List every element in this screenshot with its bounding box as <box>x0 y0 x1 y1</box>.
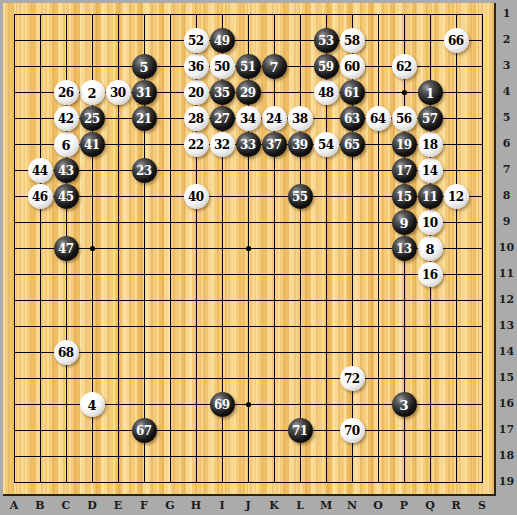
move-number: 48 <box>318 87 334 99</box>
stone-white-26: 26 <box>54 80 79 105</box>
row-label-14: 14 <box>496 346 517 358</box>
stone-black-21: 21 <box>132 106 157 131</box>
move-number: 63 <box>344 113 360 125</box>
move-number: 5 <box>139 60 148 73</box>
stone-black-45: 45 <box>54 184 79 209</box>
stone-white-60: 60 <box>340 54 365 79</box>
column-label-F: F <box>134 499 154 512</box>
move-number: 59 <box>318 61 334 73</box>
move-number: 45 <box>58 191 74 203</box>
move-number: 65 <box>344 139 360 151</box>
stone-black-61: 61 <box>340 80 365 105</box>
stone-white-42: 42 <box>54 106 79 131</box>
move-number: 9 <box>399 216 408 229</box>
move-number: 17 <box>396 165 412 177</box>
row-label-9: 9 <box>496 216 517 228</box>
move-number: 58 <box>344 35 360 47</box>
move-number: 64 <box>370 113 386 125</box>
stone-black-49: 49 <box>210 28 235 53</box>
move-number: 68 <box>58 347 74 359</box>
move-number: 47 <box>58 243 74 255</box>
move-number: 61 <box>344 87 360 99</box>
stone-white-36: 36 <box>184 54 209 79</box>
stone-black-71: 71 <box>288 418 313 443</box>
move-number: 29 <box>240 87 256 99</box>
move-number: 55 <box>292 191 308 203</box>
stone-white-70: 70 <box>340 418 365 443</box>
stone-black-51: 51 <box>236 54 261 79</box>
move-number: 10 <box>422 217 438 229</box>
stone-black-37: 37 <box>262 132 287 157</box>
move-number: 21 <box>136 113 152 125</box>
move-number: 26 <box>58 87 74 99</box>
stone-black-11: 11 <box>418 184 443 209</box>
move-number: 3 <box>399 398 408 411</box>
stone-black-3: 3 <box>392 392 417 417</box>
move-number: 7 <box>269 60 278 73</box>
stone-black-7: 7 <box>262 54 287 79</box>
row-label-15: 15 <box>496 372 517 384</box>
move-number: 16 <box>422 269 438 281</box>
row-label-10: 10 <box>496 242 517 254</box>
stone-black-63: 63 <box>340 106 365 131</box>
stone-white-18: 18 <box>418 132 443 157</box>
stone-black-43: 43 <box>54 158 79 183</box>
move-number: 35 <box>214 87 230 99</box>
stone-black-9: 9 <box>392 210 417 235</box>
stone-black-41: 41 <box>80 132 105 157</box>
move-number: 51 <box>240 61 256 73</box>
move-number: 56 <box>396 113 412 125</box>
stone-white-10: 10 <box>418 210 443 235</box>
move-number: 27 <box>214 113 230 125</box>
row-label-16: 16 <box>496 398 517 410</box>
column-label-S: S <box>472 499 492 512</box>
move-number: 52 <box>188 35 204 47</box>
stone-grid: 1234567891011121314151617181920212223242… <box>1 1 495 495</box>
stone-white-62: 62 <box>392 54 417 79</box>
column-label-K: K <box>264 499 284 512</box>
move-number: 13 <box>396 243 412 255</box>
move-number: 30 <box>110 87 126 99</box>
column-label-O: O <box>368 499 388 512</box>
stone-white-16: 16 <box>418 262 443 287</box>
stone-black-53: 53 <box>314 28 339 53</box>
row-label-6: 6 <box>496 138 517 150</box>
move-number: 23 <box>136 165 152 177</box>
stone-black-47: 47 <box>54 236 79 261</box>
stone-black-57: 57 <box>418 106 443 131</box>
stone-white-22: 22 <box>184 132 209 157</box>
column-label-D: D <box>82 499 102 512</box>
move-number: 42 <box>58 113 74 125</box>
stone-white-50: 50 <box>210 54 235 79</box>
stone-white-72: 72 <box>340 366 365 391</box>
stone-black-55: 55 <box>288 184 313 209</box>
move-number: 24 <box>266 113 282 125</box>
move-number: 2 <box>87 86 96 99</box>
move-number: 31 <box>136 87 152 99</box>
move-number: 33 <box>240 139 256 151</box>
stone-black-1: 1 <box>418 80 443 105</box>
column-label-L: L <box>290 499 310 512</box>
move-number: 34 <box>240 113 256 125</box>
column-label-G: G <box>160 499 180 512</box>
stone-black-31: 31 <box>132 80 157 105</box>
stone-white-48: 48 <box>314 80 339 105</box>
stone-white-38: 38 <box>288 106 313 131</box>
stone-black-25: 25 <box>80 106 105 131</box>
row-label-1: 1 <box>496 8 517 20</box>
stone-white-20: 20 <box>184 80 209 105</box>
move-number: 62 <box>396 61 412 73</box>
stone-white-8: 8 <box>418 236 443 261</box>
move-number: 14 <box>422 165 438 177</box>
stone-white-58: 58 <box>340 28 365 53</box>
move-number: 12 <box>448 191 464 203</box>
move-number: 28 <box>188 113 204 125</box>
move-number: 38 <box>292 113 308 125</box>
row-label-17: 17 <box>496 424 517 436</box>
move-number: 15 <box>396 191 412 203</box>
stone-black-65: 65 <box>340 132 365 157</box>
move-number: 40 <box>188 191 204 203</box>
stone-white-52: 52 <box>184 28 209 53</box>
row-label-12: 12 <box>496 294 517 306</box>
move-number: 18 <box>422 139 438 151</box>
move-number: 50 <box>214 61 230 73</box>
stone-black-33: 33 <box>236 132 261 157</box>
move-number: 20 <box>188 87 204 99</box>
move-number: 11 <box>422 191 438 203</box>
row-label-18: 18 <box>496 450 517 462</box>
column-label-R: R <box>446 499 466 512</box>
move-number: 41 <box>84 139 100 151</box>
move-number: 71 <box>292 425 308 437</box>
column-label-I: I <box>212 499 232 512</box>
column-label-C: C <box>56 499 76 512</box>
stone-white-14: 14 <box>418 158 443 183</box>
move-number: 32 <box>214 139 230 151</box>
row-label-13: 13 <box>496 320 517 332</box>
column-label-J: J <box>238 499 258 512</box>
move-number: 39 <box>292 139 308 151</box>
row-label-2: 2 <box>496 34 517 46</box>
column-label-N: N <box>342 499 362 512</box>
move-number: 4 <box>87 398 96 411</box>
stone-black-35: 35 <box>210 80 235 105</box>
row-label-7: 7 <box>496 164 517 176</box>
stone-white-46: 46 <box>28 184 53 209</box>
row-label-19: 19 <box>496 476 517 488</box>
stone-white-28: 28 <box>184 106 209 131</box>
column-label-P: P <box>394 499 414 512</box>
stone-black-19: 19 <box>392 132 417 157</box>
move-number: 72 <box>344 373 360 385</box>
move-number: 67 <box>136 425 152 437</box>
move-number: 19 <box>396 139 412 151</box>
row-label-3: 3 <box>496 60 517 72</box>
stone-black-69: 69 <box>210 392 235 417</box>
move-number: 43 <box>58 165 74 177</box>
stone-white-2: 2 <box>80 80 105 105</box>
move-number: 54 <box>318 139 334 151</box>
column-label-E: E <box>108 499 128 512</box>
stone-white-12: 12 <box>444 184 469 209</box>
move-number: 36 <box>188 61 204 73</box>
stone-black-15: 15 <box>392 184 417 209</box>
stone-black-67: 67 <box>132 418 157 443</box>
move-number: 22 <box>188 139 204 151</box>
move-number: 37 <box>266 139 282 151</box>
stone-white-66: 66 <box>444 28 469 53</box>
row-label-4: 4 <box>496 86 517 98</box>
stone-white-24: 24 <box>262 106 287 131</box>
row-label-11: 11 <box>496 268 517 280</box>
stone-black-27: 27 <box>210 106 235 131</box>
move-number: 8 <box>425 242 434 255</box>
stone-white-64: 64 <box>366 106 391 131</box>
stone-black-13: 13 <box>392 236 417 261</box>
move-number: 46 <box>32 191 48 203</box>
stone-white-4: 4 <box>80 392 105 417</box>
go-board-diagram: 1234567891011121314151617181920212223242… <box>0 0 517 515</box>
stone-white-6: 6 <box>54 132 79 157</box>
move-number: 57 <box>422 113 438 125</box>
stone-black-5: 5 <box>132 54 157 79</box>
stone-white-68: 68 <box>54 340 79 365</box>
move-number: 44 <box>32 165 48 177</box>
column-label-M: M <box>316 499 336 512</box>
move-number: 25 <box>84 113 100 125</box>
stone-white-34: 34 <box>236 106 261 131</box>
column-label-B: B <box>30 499 50 512</box>
stone-white-32: 32 <box>210 132 235 157</box>
move-number: 70 <box>344 425 360 437</box>
stone-black-23: 23 <box>132 158 157 183</box>
stone-white-56: 56 <box>392 106 417 131</box>
column-label-H: H <box>186 499 206 512</box>
move-number: 1 <box>425 86 434 99</box>
stone-black-29: 29 <box>236 80 261 105</box>
goban[interactable]: 1234567891011121314151617181920212223242… <box>3 3 496 496</box>
column-label-A: A <box>4 499 24 512</box>
move-number: 60 <box>344 61 360 73</box>
move-number: 6 <box>61 138 70 151</box>
stone-black-59: 59 <box>314 54 339 79</box>
move-number: 69 <box>214 399 230 411</box>
stone-white-44: 44 <box>28 158 53 183</box>
move-number: 53 <box>318 35 334 47</box>
stone-white-54: 54 <box>314 132 339 157</box>
stone-black-39: 39 <box>288 132 313 157</box>
stone-white-30: 30 <box>106 80 131 105</box>
stone-white-40: 40 <box>184 184 209 209</box>
row-label-5: 5 <box>496 112 517 124</box>
stone-black-17: 17 <box>392 158 417 183</box>
column-label-Q: Q <box>420 499 440 512</box>
move-number: 49 <box>214 35 230 47</box>
move-number: 66 <box>448 35 464 47</box>
row-label-8: 8 <box>496 190 517 202</box>
